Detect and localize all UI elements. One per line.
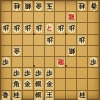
shogi-board: 桂銀金玉桂香龍歩歩歩歩と歩歩歩歩金銀歩龍歩歩歩歩歩角金銀金香桂銀王桂 <box>0 0 100 100</box>
piece-kanji: 桂 <box>14 1 20 10</box>
piece-kanji: 歩 <box>24 69 30 78</box>
board-cell-9a[interactable] <box>1 1 12 12</box>
star-point-4 <box>65 65 67 67</box>
piece-sente-silver[interactable]: 銀 <box>34 79 43 89</box>
board-cell-5g[interactable]: 歩 <box>45 68 56 79</box>
piece-kanji: 歩 <box>3 58 9 67</box>
piece-kanji: 歩 <box>57 24 63 33</box>
board-cell-2c[interactable] <box>77 23 88 34</box>
piece-kanji: 金 <box>35 1 41 10</box>
piece-kanji: 歩 <box>46 69 52 78</box>
piece-gote-pawn[interactable]: 歩 <box>56 23 65 33</box>
piece-gote-pawn[interactable]: 歩 <box>23 23 32 33</box>
piece-sente-silver[interactable]: 銀 <box>34 91 43 101</box>
board-cell-7g[interactable]: 歩 <box>23 68 34 79</box>
board-cell-4b[interactable] <box>55 12 66 23</box>
board-cell-2e[interactable] <box>77 46 88 57</box>
piece-gote-dragon[interactable]: 龍 <box>56 57 65 67</box>
piece-gote-pawn[interactable]: 歩 <box>45 35 54 45</box>
board-cell-8d[interactable] <box>12 35 23 46</box>
board-cell-2d[interactable]: 歩 <box>77 35 88 46</box>
piece-gote-pawn[interactable]: 歩 <box>12 23 21 33</box>
piece-sente-pawn[interactable]: 歩 <box>1 57 10 67</box>
piece-sente-tokin[interactable]: と <box>45 23 54 33</box>
board-cell-7i[interactable] <box>23 91 34 101</box>
piece-sente-pawn[interactable]: 歩 <box>23 68 32 78</box>
board-cell-7b[interactable] <box>23 12 34 23</box>
board-cell-8g[interactable]: 歩 <box>12 68 23 79</box>
board-cell-8e[interactable]: 金 <box>12 46 23 57</box>
board-cell-1c[interactable] <box>88 23 99 34</box>
piece-sente-gold[interactable]: 金 <box>23 79 32 89</box>
piece-kanji: 歩 <box>46 35 52 44</box>
board-cell-5a[interactable]: 玉 <box>45 1 56 12</box>
board-cell-9b[interactable] <box>1 12 12 23</box>
board-cell-8h[interactable]: 角 <box>12 79 23 90</box>
board-cell-3a[interactable] <box>66 1 77 12</box>
board-cell-9h[interactable] <box>1 79 12 90</box>
board-cell-6a[interactable]: 金 <box>34 1 45 12</box>
board-cell-6h[interactable]: 銀 <box>34 79 45 90</box>
piece-gote-silver[interactable]: 銀 <box>23 1 32 11</box>
star-point-1 <box>33 33 35 35</box>
star-point-2 <box>65 33 67 35</box>
piece-sente-king[interactable]: 王 <box>45 91 54 101</box>
board-cell-3h[interactable] <box>66 79 77 90</box>
piece-kanji: 桂 <box>14 92 20 100</box>
board-cell-3c[interactable]: 歩 <box>66 23 77 34</box>
piece-gote-pawn[interactable]: 歩 <box>1 23 10 33</box>
piece-kanji: 金 <box>14 46 20 55</box>
piece-gote-pawn[interactable]: 歩 <box>77 35 86 45</box>
board-cell-3b[interactable]: 龍 <box>66 12 77 23</box>
board-cell-3f[interactable] <box>66 57 77 68</box>
board-cell-3g[interactable] <box>66 68 77 79</box>
piece-sente-dragon[interactable]: 龍 <box>67 12 76 22</box>
piece-kanji: 玉 <box>46 1 52 10</box>
piece-sente-bishop[interactable]: 角 <box>12 79 21 89</box>
board-cell-4g[interactable] <box>55 68 66 79</box>
board-cell-7h[interactable]: 金 <box>23 79 34 90</box>
board-cell-5f[interactable] <box>45 57 56 68</box>
board-cell-6e[interactable] <box>34 46 45 57</box>
board-cell-1f[interactable]: 歩 <box>88 57 99 68</box>
board-cell-5i[interactable]: 王 <box>45 91 56 101</box>
piece-kanji: 銀 <box>24 1 30 10</box>
board-cell-3i[interactable] <box>66 91 77 101</box>
board-cell-9c[interactable]: 歩 <box>1 23 12 34</box>
piece-gote-knight[interactable]: 桂 <box>12 1 21 11</box>
piece-kanji: と <box>46 24 53 33</box>
board-cell-9e[interactable] <box>1 46 12 57</box>
piece-kanji: 龍 <box>68 13 74 22</box>
piece-sente-pawn[interactable]: 歩 <box>45 68 54 78</box>
piece-kanji: 桂 <box>79 92 85 100</box>
piece-kanji: 歩 <box>90 58 96 67</box>
piece-kanji: 銀 <box>68 46 74 55</box>
board-cell-6d[interactable] <box>34 35 45 46</box>
board-cell-8a[interactable]: 桂 <box>12 1 23 12</box>
piece-kanji: 歩 <box>79 35 85 44</box>
piece-kanji: 金 <box>24 80 30 89</box>
piece-gote-lance[interactable]: 香 <box>89 1 98 11</box>
board-cell-1e[interactable] <box>88 46 99 57</box>
board-cell-7e[interactable] <box>23 46 34 57</box>
piece-kanji: 龍 <box>57 57 63 66</box>
piece-gote-gold[interactable]: 金 <box>34 1 43 11</box>
board-cell-6g[interactable]: 歩 <box>34 68 45 79</box>
piece-sente-lance[interactable]: 香 <box>1 91 10 101</box>
board-cell-6i[interactable]: 銀 <box>34 91 45 101</box>
board-cell-8b[interactable] <box>12 12 23 23</box>
board-cell-8c[interactable]: 歩 <box>12 23 23 34</box>
board-cell-2h[interactable] <box>77 79 88 90</box>
board-cell-5e[interactable] <box>45 46 56 57</box>
piece-kanji: 歩 <box>14 24 20 33</box>
board-cell-2f[interactable] <box>77 57 88 68</box>
board-cell-1i[interactable] <box>88 91 99 101</box>
piece-kanji: 香 <box>90 1 96 10</box>
board-cell-6c[interactable]: 歩 <box>34 23 45 34</box>
shogi-board-grid: 桂銀金玉桂香龍歩歩歩歩と歩歩歩歩金銀歩龍歩歩歩歩歩角金銀金香桂銀王桂 <box>1 1 99 99</box>
board-cell-9g[interactable] <box>1 68 12 79</box>
piece-kanji: 銀 <box>35 80 41 89</box>
board-cell-1a[interactable]: 香 <box>88 1 99 12</box>
piece-gote-silver[interactable]: 銀 <box>67 46 76 56</box>
board-cell-8i[interactable]: 桂 <box>12 91 23 101</box>
piece-kanji: 香 <box>3 92 9 100</box>
board-cell-2b[interactable] <box>77 12 88 23</box>
board-cell-4i[interactable] <box>55 91 66 101</box>
board-cell-2i[interactable]: 桂 <box>77 91 88 101</box>
board-cell-9f[interactable]: 歩 <box>1 57 12 68</box>
board-cell-5b[interactable] <box>45 12 56 23</box>
piece-sente-pawn[interactable]: 歩 <box>12 68 21 78</box>
board-cell-5h[interactable]: 金 <box>45 79 56 90</box>
piece-kanji: 桂 <box>79 1 85 10</box>
piece-gote-pawn[interactable]: 歩 <box>67 23 76 33</box>
board-cell-3d[interactable] <box>66 35 77 46</box>
board-cell-5d[interactable]: 歩 <box>45 35 56 46</box>
board-cell-6b[interactable] <box>34 12 45 23</box>
board-cell-1d[interactable] <box>88 35 99 46</box>
board-cell-2a[interactable]: 桂 <box>77 1 88 12</box>
piece-gote-king[interactable]: 玉 <box>45 1 54 11</box>
board-cell-8f[interactable] <box>12 57 23 68</box>
board-cell-4a[interactable] <box>55 1 66 12</box>
piece-kanji: 銀 <box>35 92 41 100</box>
board-cell-7a[interactable]: 銀 <box>23 1 34 12</box>
piece-sente-knight[interactable]: 桂 <box>12 91 21 101</box>
piece-kanji: 歩 <box>68 24 74 33</box>
piece-kanji: 歩 <box>3 24 9 33</box>
piece-kanji: 歩 <box>35 69 41 78</box>
piece-gote-pawn[interactable]: 歩 <box>34 23 43 33</box>
piece-kanji: 王 <box>46 92 52 100</box>
board-cell-2g[interactable] <box>77 68 88 79</box>
board-cell-1g[interactable] <box>88 68 99 79</box>
piece-sente-pawn[interactable]: 歩 <box>34 68 43 78</box>
board-cell-6f[interactable] <box>34 57 45 68</box>
piece-gote-knight[interactable]: 桂 <box>77 1 86 11</box>
piece-kanji: 歩 <box>24 24 30 33</box>
board-cell-4h[interactable] <box>55 79 66 90</box>
piece-sente-pawn[interactable]: 歩 <box>89 57 98 67</box>
piece-kanji: 歩 <box>35 24 41 33</box>
board-cell-7d[interactable] <box>23 35 34 46</box>
board-cell-5c[interactable]: と <box>45 23 56 34</box>
board-cell-9d[interactable] <box>1 35 12 46</box>
board-cell-9i[interactable]: 香 <box>1 91 12 101</box>
board-cell-4d[interactable] <box>55 35 66 46</box>
piece-sente-knight[interactable]: 桂 <box>77 91 86 101</box>
board-cell-1b[interactable] <box>88 12 99 23</box>
board-cell-3e[interactable]: 銀 <box>66 46 77 57</box>
piece-sente-gold[interactable]: 金 <box>45 79 54 89</box>
board-cell-4e[interactable] <box>55 46 66 57</box>
piece-kanji: 金 <box>46 80 52 89</box>
board-cell-1h[interactable] <box>88 79 99 90</box>
piece-kanji: 歩 <box>14 69 20 78</box>
piece-gote-gold[interactable]: 金 <box>12 46 21 56</box>
piece-kanji: 角 <box>14 80 20 89</box>
star-point-3 <box>33 65 35 67</box>
